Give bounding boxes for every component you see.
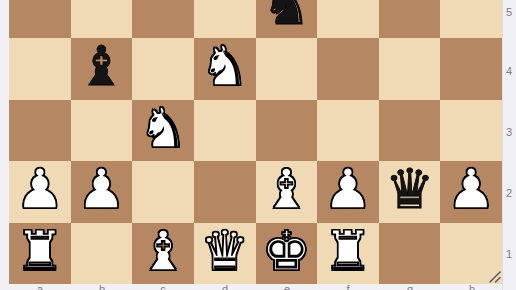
square-h3[interactable]	[440, 100, 502, 162]
white-pawn-a2[interactable]: ♟	[15, 162, 64, 217]
square-e2[interactable]: ♝	[256, 161, 318, 223]
white-pawn-b2[interactable]: ♟	[77, 162, 126, 217]
white-knight-c3[interactable]: ♞	[138, 101, 187, 156]
white-bishop-c1[interactable]: ♝	[138, 224, 187, 279]
white-queen-d1[interactable]: ♛	[200, 224, 249, 279]
white-pawn-h2[interactable]: ♟	[447, 162, 496, 217]
square-h4[interactable]	[440, 38, 502, 100]
square-e3[interactable]	[256, 100, 318, 162]
square-g2[interactable]: ♛	[379, 161, 441, 223]
file-label-c: c	[155, 284, 171, 290]
square-d3[interactable]	[194, 100, 256, 162]
square-f3[interactable]	[317, 100, 379, 162]
square-f5[interactable]	[317, 0, 379, 38]
square-b3[interactable]	[71, 100, 133, 162]
white-knight-d4[interactable]: ♞	[200, 39, 249, 94]
square-f1[interactable]: ♜	[317, 223, 379, 285]
square-d2[interactable]	[194, 161, 256, 223]
square-h5[interactable]	[440, 0, 502, 38]
square-a1[interactable]: ♜	[9, 223, 71, 285]
black-bishop-b4[interactable]: ♝	[77, 39, 126, 94]
square-d4[interactable]: ♞	[194, 38, 256, 100]
square-h2[interactable]: ♟	[440, 161, 502, 223]
board-resize-handle-icon[interactable]	[487, 269, 502, 284]
square-a5[interactable]	[9, 0, 71, 38]
square-g5[interactable]	[379, 0, 441, 38]
square-c2[interactable]	[132, 161, 194, 223]
rank-label-2: 2	[502, 186, 516, 200]
file-label-h: h	[464, 284, 480, 290]
square-e5[interactable]: ♞	[256, 0, 318, 38]
rank-label-5: 5	[502, 5, 516, 19]
square-a2[interactable]: ♟	[9, 161, 71, 223]
square-c3[interactable]: ♞	[132, 100, 194, 162]
square-c4[interactable]	[132, 38, 194, 100]
rank-label-4: 4	[502, 64, 516, 78]
board-grid: ♞♝♞♞♟♟♝♟♛♟♜♝♛♚♜	[9, 0, 502, 284]
square-d1[interactable]: ♛	[194, 223, 256, 285]
file-label-b: b	[94, 284, 110, 290]
chess-board: ♞♝♞♞♟♟♝♟♛♟♜♝♛♚♜	[9, 0, 502, 284]
white-rook-a1[interactable]: ♜	[15, 224, 64, 279]
square-b5[interactable]	[71, 0, 133, 38]
square-b1[interactable]	[71, 223, 133, 285]
rank-label-3: 3	[502, 125, 516, 139]
white-rook-f1[interactable]: ♜	[323, 224, 372, 279]
square-f4[interactable]	[317, 38, 379, 100]
file-label-f: f	[340, 284, 356, 290]
black-queen-g2[interactable]: ♛	[385, 162, 434, 217]
square-b4[interactable]: ♝	[71, 38, 133, 100]
square-c1[interactable]: ♝	[132, 223, 194, 285]
square-e1[interactable]: ♚	[256, 223, 318, 285]
black-knight-e5[interactable]: ♞	[262, 0, 311, 33]
square-g4[interactable]	[379, 38, 441, 100]
square-f2[interactable]: ♟	[317, 161, 379, 223]
rank-label-1: 1	[502, 247, 516, 261]
white-king-e1[interactable]: ♚	[262, 224, 311, 279]
square-c5[interactable]	[132, 0, 194, 38]
square-d5[interactable]	[194, 0, 256, 38]
square-b2[interactable]: ♟	[71, 161, 133, 223]
square-a3[interactable]	[9, 100, 71, 162]
file-label-d: d	[217, 284, 233, 290]
file-label-g: g	[402, 284, 418, 290]
file-label-e: e	[279, 284, 295, 290]
square-a4[interactable]	[9, 38, 71, 100]
file-label-a: a	[32, 284, 48, 290]
square-g3[interactable]	[379, 100, 441, 162]
white-bishop-e2[interactable]: ♝	[262, 162, 311, 217]
white-pawn-f2[interactable]: ♟	[323, 162, 372, 217]
square-e4[interactable]	[256, 38, 318, 100]
square-g1[interactable]	[379, 223, 441, 285]
